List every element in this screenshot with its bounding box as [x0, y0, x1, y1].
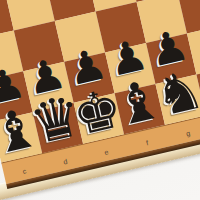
- board-square-g1[interactable]: ♞: [155, 74, 200, 124]
- photo-background: ♟♟♟♟♟♝♛♚♝♞ cdefg: [0, 0, 200, 200]
